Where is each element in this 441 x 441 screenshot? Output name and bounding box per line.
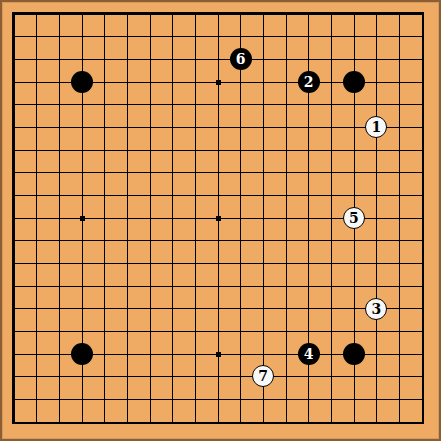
white-stone-move-5: 5 <box>343 207 365 229</box>
black-stone <box>343 343 365 365</box>
black-stone-move-4: 4 <box>298 343 320 365</box>
black-stone-move-6: 6 <box>230 48 252 70</box>
black-stone <box>71 71 93 93</box>
stones-layer: 2615347 <box>3 3 434 434</box>
white-stone-move-7: 7 <box>252 365 274 387</box>
white-stone-move-3: 3 <box>365 298 387 320</box>
black-stone <box>343 71 365 93</box>
black-stone <box>71 343 93 365</box>
black-stone-move-2: 2 <box>298 71 320 93</box>
go-board: 2615347 <box>0 0 441 441</box>
white-stone-move-1: 1 <box>365 116 387 138</box>
